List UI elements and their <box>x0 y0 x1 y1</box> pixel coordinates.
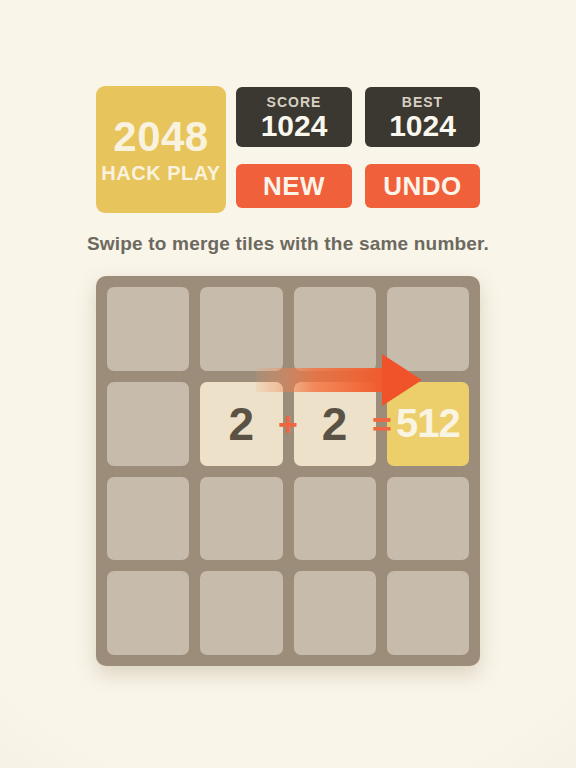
undo-button[interactable]: UNDO <box>365 164 480 208</box>
empty-cell <box>107 477 189 561</box>
empty-cell <box>200 571 282 655</box>
empty-cell <box>387 571 469 655</box>
logo-title: 2048 <box>113 115 208 159</box>
empty-cell <box>387 477 469 561</box>
empty-cell <box>107 571 189 655</box>
best-box: BEST 1024 <box>365 87 480 147</box>
empty-cell <box>107 287 189 371</box>
empty-cell <box>107 382 189 466</box>
best-value: 1024 <box>389 110 456 142</box>
score-label: SCORE <box>267 94 322 110</box>
app-logo: 2048 HACK PLAY <box>96 86 226 213</box>
score-value: 1024 <box>261 110 328 142</box>
empty-cell <box>200 477 282 561</box>
game-board[interactable]: 2 2 512 + = <box>96 276 480 666</box>
empty-cell <box>294 477 376 561</box>
score-box: SCORE 1024 <box>236 87 352 147</box>
plus-operator: + <box>278 407 298 441</box>
new-game-button[interactable]: NEW <box>236 164 352 208</box>
merge-arrow-icon <box>256 352 424 408</box>
empty-cell <box>294 571 376 655</box>
instruction-text: Swipe to merge tiles with the same numbe… <box>0 233 576 255</box>
equals-operator: = <box>372 407 392 441</box>
best-label: BEST <box>402 94 443 110</box>
app-screen: 2048 HACK PLAY SCORE 1024 BEST 1024 NEW … <box>0 0 576 768</box>
logo-subtitle: HACK PLAY <box>101 162 220 184</box>
